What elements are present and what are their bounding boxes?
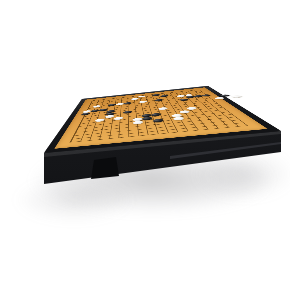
black-stone	[201, 94, 211, 97]
board-intersection	[123, 102, 131, 105]
white-stone	[158, 107, 168, 110]
board-intersection	[139, 101, 147, 104]
white-stone	[116, 103, 124, 106]
board-intersection	[231, 95, 243, 98]
board-intersection	[151, 113, 161, 117]
board-intersection	[131, 98, 139, 100]
black-stone	[81, 112, 91, 115]
white-stone	[131, 98, 139, 100]
black-stone	[123, 102, 131, 105]
board-intersection	[92, 105, 101, 108]
board-intersection	[142, 117, 153, 121]
black-stone	[151, 113, 161, 117]
board-intersection	[172, 117, 184, 121]
board-intersection	[81, 112, 91, 115]
board-intersection	[138, 95, 146, 97]
black-stone	[179, 98, 189, 101]
board-intersection	[123, 111, 132, 114]
board-intersection	[158, 107, 168, 110]
black-stone	[152, 119, 163, 123]
white-stone	[113, 117, 123, 121]
board-intersection	[113, 117, 123, 121]
board-intersection	[152, 119, 163, 123]
white-stone	[138, 95, 146, 97]
white-stone	[92, 105, 101, 108]
board-intersection	[94, 118, 104, 122]
black-stone	[142, 117, 153, 121]
white-stone	[231, 95, 243, 98]
board-intersection	[179, 98, 189, 101]
black-stone	[123, 111, 132, 114]
photo-scene	[0, 0, 290, 290]
floor-shadow-left	[14, 178, 134, 222]
white-stone	[94, 118, 104, 122]
board-intersection	[116, 103, 124, 106]
board-intersection	[160, 95, 168, 97]
white-stone	[139, 101, 147, 104]
white-stone	[172, 117, 184, 121]
board-intersection	[133, 121, 144, 125]
board-intersection	[201, 94, 211, 97]
black-stone	[154, 99, 163, 102]
black-stone	[160, 95, 168, 97]
board-intersection	[154, 99, 163, 102]
white-stone	[133, 121, 144, 125]
